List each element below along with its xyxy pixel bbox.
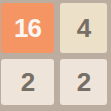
tile-4: 4 bbox=[60, 3, 107, 53]
2048-board: 16 4 2 2 bbox=[0, 0, 111, 111]
tile-16: 16 bbox=[1, 3, 54, 53]
tile-2-bottom-left: 2 bbox=[1, 59, 54, 105]
tile-2-bottom-right: 2 bbox=[60, 59, 107, 105]
